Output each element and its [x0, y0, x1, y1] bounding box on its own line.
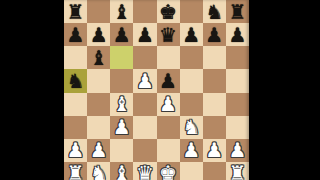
- square-c6[interactable]: [110, 46, 133, 69]
- piece-black-pawn[interactable]: ♟: [159, 70, 177, 90]
- piece-white-knight[interactable]: ♞: [90, 163, 108, 180]
- piece-black-king[interactable]: ♚: [159, 1, 177, 21]
- piece-white-pawn[interactable]: ♟: [113, 117, 131, 137]
- square-g3[interactable]: [203, 116, 226, 139]
- square-a7[interactable]: ♟: [64, 23, 87, 46]
- square-d1[interactable]: ♛: [133, 162, 156, 180]
- piece-white-bishop[interactable]: ♝: [113, 94, 131, 114]
- piece-white-rook[interactable]: ♜: [228, 163, 246, 180]
- piece-black-knight[interactable]: ♞: [67, 70, 85, 90]
- square-b1[interactable]: ♞: [87, 162, 110, 180]
- square-g2[interactable]: ♟: [203, 139, 226, 162]
- square-f4[interactable]: [180, 93, 203, 116]
- square-a3[interactable]: [64, 116, 87, 139]
- square-e7[interactable]: ♛: [157, 23, 180, 46]
- piece-black-bishop[interactable]: ♝: [90, 47, 108, 67]
- square-c5[interactable]: [110, 69, 133, 92]
- piece-white-pawn[interactable]: ♟: [136, 70, 154, 90]
- square-b4[interactable]: [87, 93, 110, 116]
- piece-black-rook[interactable]: ♜: [228, 1, 246, 21]
- square-h8[interactable]: ♜: [226, 0, 249, 23]
- piece-black-pawn[interactable]: ♟: [90, 24, 108, 44]
- square-a6[interactable]: [64, 46, 87, 69]
- square-e5[interactable]: ♟: [157, 69, 180, 92]
- square-a1[interactable]: ♜: [64, 162, 87, 180]
- piece-black-pawn[interactable]: ♟: [136, 24, 154, 44]
- square-b7[interactable]: ♟: [87, 23, 110, 46]
- square-g6[interactable]: [203, 46, 226, 69]
- square-a5[interactable]: ♞: [64, 69, 87, 92]
- piece-black-rook[interactable]: ♜: [67, 1, 85, 21]
- piece-white-knight[interactable]: ♞: [182, 117, 200, 137]
- square-c4[interactable]: ♝: [110, 93, 133, 116]
- square-e1[interactable]: ♚: [157, 162, 180, 180]
- square-d3[interactable]: [133, 116, 156, 139]
- square-e2[interactable]: [157, 139, 180, 162]
- square-b5[interactable]: [87, 69, 110, 92]
- piece-black-pawn[interactable]: ♟: [205, 24, 223, 44]
- square-f5[interactable]: [180, 69, 203, 92]
- square-h6[interactable]: [226, 46, 249, 69]
- square-a8[interactable]: ♜: [64, 0, 87, 23]
- square-c2[interactable]: [110, 139, 133, 162]
- square-c3[interactable]: ♟: [110, 116, 133, 139]
- square-f6[interactable]: [180, 46, 203, 69]
- square-g4[interactable]: [203, 93, 226, 116]
- square-f1[interactable]: [180, 162, 203, 180]
- square-b8[interactable]: [87, 0, 110, 23]
- letterbox-right: [249, 0, 320, 180]
- square-c8[interactable]: ♝: [110, 0, 133, 23]
- square-d8[interactable]: [133, 0, 156, 23]
- piece-black-pawn[interactable]: ♟: [182, 24, 200, 44]
- piece-white-pawn[interactable]: ♟: [205, 140, 223, 160]
- square-g1[interactable]: [203, 162, 226, 180]
- square-a2[interactable]: ♟: [64, 139, 87, 162]
- square-c1[interactable]: ♝: [110, 162, 133, 180]
- square-e6[interactable]: [157, 46, 180, 69]
- chess-board: ♜♝♚♞♜♟♟♟♟♛♟♟♟♝♞♟♟♝♟♟♞♟♟♟♟♟♜♞♝♛♚♜: [64, 0, 249, 180]
- piece-white-pawn[interactable]: ♟: [90, 140, 108, 160]
- square-h4[interactable]: [226, 93, 249, 116]
- piece-white-pawn[interactable]: ♟: [228, 140, 246, 160]
- piece-white-bishop[interactable]: ♝: [113, 163, 131, 180]
- square-f3[interactable]: ♞: [180, 116, 203, 139]
- piece-white-queen[interactable]: ♛: [136, 163, 154, 180]
- piece-black-pawn[interactable]: ♟: [67, 24, 85, 44]
- square-g7[interactable]: ♟: [203, 23, 226, 46]
- square-d7[interactable]: ♟: [133, 23, 156, 46]
- square-f7[interactable]: ♟: [180, 23, 203, 46]
- square-h1[interactable]: ♜: [226, 162, 249, 180]
- square-d4[interactable]: [133, 93, 156, 116]
- piece-black-pawn[interactable]: ♟: [113, 24, 131, 44]
- piece-white-pawn[interactable]: ♟: [159, 94, 177, 114]
- square-h3[interactable]: [226, 116, 249, 139]
- square-b2[interactable]: ♟: [87, 139, 110, 162]
- square-d5[interactable]: ♟: [133, 69, 156, 92]
- square-h7[interactable]: ♟: [226, 23, 249, 46]
- letterbox-left: [0, 0, 64, 180]
- piece-white-king[interactable]: ♚: [159, 163, 177, 180]
- square-e3[interactable]: [157, 116, 180, 139]
- square-c7[interactable]: ♟: [110, 23, 133, 46]
- piece-black-knight[interactable]: ♞: [205, 1, 223, 21]
- piece-black-queen[interactable]: ♛: [159, 24, 177, 44]
- square-f8[interactable]: [180, 0, 203, 23]
- square-h5[interactable]: [226, 69, 249, 92]
- square-f2[interactable]: ♟: [180, 139, 203, 162]
- square-b6[interactable]: ♝: [87, 46, 110, 69]
- square-g8[interactable]: ♞: [203, 0, 226, 23]
- square-d2[interactable]: [133, 139, 156, 162]
- piece-black-bishop[interactable]: ♝: [113, 1, 131, 21]
- square-h2[interactable]: ♟: [226, 139, 249, 162]
- piece-black-pawn[interactable]: ♟: [228, 24, 246, 44]
- square-a4[interactable]: [64, 93, 87, 116]
- square-d6[interactable]: [133, 46, 156, 69]
- square-e4[interactable]: ♟: [157, 93, 180, 116]
- piece-white-pawn[interactable]: ♟: [67, 140, 85, 160]
- square-g5[interactable]: [203, 69, 226, 92]
- square-e8[interactable]: ♚: [157, 0, 180, 23]
- piece-white-rook[interactable]: ♜: [67, 163, 85, 180]
- piece-white-pawn[interactable]: ♟: [182, 140, 200, 160]
- square-b3[interactable]: [87, 116, 110, 139]
